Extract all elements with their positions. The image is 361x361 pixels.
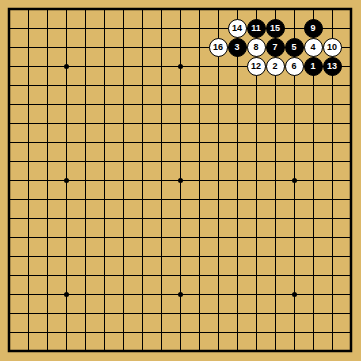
stone-number: 4 bbox=[310, 43, 315, 52]
stone-number: 13 bbox=[327, 62, 337, 71]
stone-16-white: 16 bbox=[209, 38, 228, 57]
stone-1-black: 1 bbox=[304, 57, 323, 76]
stone-5-black: 5 bbox=[285, 38, 304, 57]
stone-12-white: 12 bbox=[247, 57, 266, 76]
stone-number: 9 bbox=[310, 24, 315, 33]
stone-number: 11 bbox=[251, 24, 261, 33]
stone-number: 15 bbox=[270, 24, 280, 33]
stone-14-white: 14 bbox=[228, 19, 247, 38]
stone-number: 5 bbox=[291, 43, 296, 52]
stone-number: 12 bbox=[251, 62, 261, 71]
stone-15-black: 15 bbox=[266, 19, 285, 38]
stone-3-black: 3 bbox=[228, 38, 247, 57]
stone-number: 8 bbox=[253, 43, 258, 52]
stone-9-black: 9 bbox=[304, 19, 323, 38]
stone-number: 10 bbox=[327, 43, 337, 52]
stone-8-white: 8 bbox=[247, 38, 266, 57]
stone-2-white: 2 bbox=[266, 57, 285, 76]
stone-number: 2 bbox=[272, 62, 277, 71]
stone-number: 1 bbox=[310, 62, 315, 71]
stone-10-white: 10 bbox=[323, 38, 342, 57]
stone-7-black: 7 bbox=[266, 38, 285, 57]
stone-number: 6 bbox=[291, 62, 296, 71]
go-board: 12345678910111213141516 bbox=[0, 0, 361, 361]
stone-number: 14 bbox=[232, 24, 242, 33]
stones-layer: 12345678910111213141516 bbox=[0, 0, 361, 361]
stone-13-black: 13 bbox=[323, 57, 342, 76]
stone-11-black: 11 bbox=[247, 19, 266, 38]
stone-6-white: 6 bbox=[285, 57, 304, 76]
stone-number: 3 bbox=[234, 43, 239, 52]
stone-number: 16 bbox=[213, 43, 223, 52]
stone-4-white: 4 bbox=[304, 38, 323, 57]
stone-number: 7 bbox=[272, 43, 277, 52]
